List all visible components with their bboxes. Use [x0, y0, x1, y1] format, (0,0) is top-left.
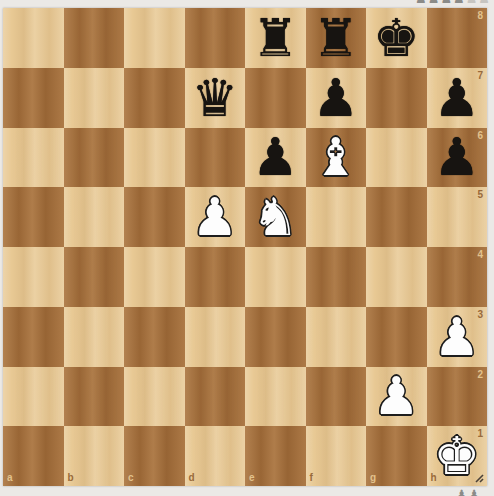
square-c6[interactable]: [124, 128, 185, 188]
square-a6[interactable]: [3, 128, 64, 188]
square-e6[interactable]: ♟: [245, 128, 306, 188]
piece-white-bishop-f6[interactable]: ♝: [312, 131, 359, 183]
file-label-g: g: [370, 473, 376, 483]
captured-pawn-icon: ♟: [456, 489, 468, 496]
square-b7[interactable]: [64, 68, 125, 128]
square-c8[interactable]: [124, 8, 185, 68]
square-b4[interactable]: [64, 247, 125, 307]
square-f4[interactable]: [306, 247, 367, 307]
square-b3[interactable]: [64, 307, 125, 367]
square-b1[interactable]: b: [64, 426, 125, 486]
rank-label-4: 4: [477, 250, 483, 260]
chess-board[interactable]: ♜♜♚8♛♟7♟♟♝6♟♟♞543♟♟2abcdefg1h♚: [3, 8, 487, 486]
piece-black-rook-e8[interactable]: ♜: [252, 12, 299, 64]
square-h3[interactable]: 3♟: [427, 307, 488, 367]
square-b8[interactable]: [64, 8, 125, 68]
square-d6[interactable]: [185, 128, 246, 188]
square-e1[interactable]: e: [245, 426, 306, 486]
square-c1[interactable]: c: [124, 426, 185, 486]
captured-pawn-icon: ♟: [415, 0, 427, 5]
piece-black-king-g8[interactable]: ♚: [373, 12, 420, 64]
square-d3[interactable]: [185, 307, 246, 367]
square-d8[interactable]: [185, 8, 246, 68]
square-a1[interactable]: a: [3, 426, 64, 486]
square-g6[interactable]: [366, 128, 427, 188]
square-d7[interactable]: ♛: [185, 68, 246, 128]
square-c7[interactable]: [124, 68, 185, 128]
square-g8[interactable]: ♚: [366, 8, 427, 68]
square-h4[interactable]: 4: [427, 247, 488, 307]
piece-black-queen-d7[interactable]: ♛: [191, 72, 238, 124]
square-e4[interactable]: [245, 247, 306, 307]
rank-label-8: 8: [477, 11, 483, 21]
square-g5[interactable]: [366, 187, 427, 247]
square-h7[interactable]: 7♟: [427, 68, 488, 128]
piece-black-pawn-e6[interactable]: ♟: [252, 131, 299, 183]
file-label-b: b: [68, 473, 74, 483]
square-g3[interactable]: [366, 307, 427, 367]
file-label-f: f: [310, 473, 313, 483]
captured-pawn-icon: ♟: [428, 0, 440, 5]
square-g7[interactable]: [366, 68, 427, 128]
piece-white-pawn-h3[interactable]: ♟: [433, 311, 480, 363]
captured-pawn-icon: ♟: [468, 489, 480, 496]
rank-label-2: 2: [477, 370, 483, 380]
captured-pawn-icon: ♟: [453, 0, 465, 5]
square-d1[interactable]: d: [185, 426, 246, 486]
captured-pieces-tray-bottom: ♟♟: [455, 489, 480, 496]
square-f7[interactable]: ♟: [306, 68, 367, 128]
square-e7[interactable]: [245, 68, 306, 128]
file-label-e: e: [249, 473, 255, 483]
square-h5[interactable]: 5: [427, 187, 488, 247]
piece-black-rook-f8[interactable]: ♜: [312, 12, 359, 64]
square-e5[interactable]: ♞: [245, 187, 306, 247]
board-resize-handle-icon[interactable]: [472, 471, 484, 483]
square-a5[interactable]: [3, 187, 64, 247]
square-e3[interactable]: [245, 307, 306, 367]
piece-black-pawn-h7[interactable]: ♟: [433, 72, 480, 124]
square-a4[interactable]: [3, 247, 64, 307]
square-c3[interactable]: [124, 307, 185, 367]
piece-black-pawn-f7[interactable]: ♟: [312, 72, 359, 124]
square-b6[interactable]: [64, 128, 125, 188]
captured-pawn-icon: ♟: [440, 0, 452, 5]
square-g4[interactable]: [366, 247, 427, 307]
square-h6[interactable]: 6♟: [427, 128, 488, 188]
piece-white-pawn-d5[interactable]: ♟: [191, 191, 238, 243]
square-f6[interactable]: ♝: [306, 128, 367, 188]
square-a8[interactable]: [3, 8, 64, 68]
square-g1[interactable]: g: [366, 426, 427, 486]
square-b2[interactable]: [64, 367, 125, 427]
square-c2[interactable]: [124, 367, 185, 427]
captured-pawn-icon: ♟: [466, 0, 478, 5]
piece-black-pawn-h6[interactable]: ♟: [433, 131, 480, 183]
captured-pawn-icon: ♟: [478, 0, 490, 5]
square-f1[interactable]: f: [306, 426, 367, 486]
square-g2[interactable]: ♟: [366, 367, 427, 427]
square-h2[interactable]: 2: [427, 367, 488, 427]
square-b5[interactable]: [64, 187, 125, 247]
square-f2[interactable]: [306, 367, 367, 427]
captured-pieces-tray-top: ♟♟♟♟♟♟: [414, 0, 490, 7]
square-f5[interactable]: [306, 187, 367, 247]
piece-white-pawn-g2[interactable]: ♟: [373, 370, 420, 422]
square-d2[interactable]: [185, 367, 246, 427]
square-e2[interactable]: [245, 367, 306, 427]
file-label-d: d: [189, 473, 195, 483]
file-label-a: a: [7, 473, 13, 483]
square-h8[interactable]: 8: [427, 8, 488, 68]
square-c5[interactable]: [124, 187, 185, 247]
square-a7[interactable]: [3, 68, 64, 128]
square-e8[interactable]: ♜: [245, 8, 306, 68]
square-f8[interactable]: ♜: [306, 8, 367, 68]
square-d5[interactable]: ♟: [185, 187, 246, 247]
piece-white-knight-e5[interactable]: ♞: [252, 191, 299, 243]
square-a2[interactable]: [3, 367, 64, 427]
square-d4[interactable]: [185, 247, 246, 307]
square-a3[interactable]: [3, 307, 64, 367]
rank-label-5: 5: [477, 190, 483, 200]
square-f3[interactable]: [306, 307, 367, 367]
file-label-c: c: [128, 473, 134, 483]
square-c4[interactable]: [124, 247, 185, 307]
